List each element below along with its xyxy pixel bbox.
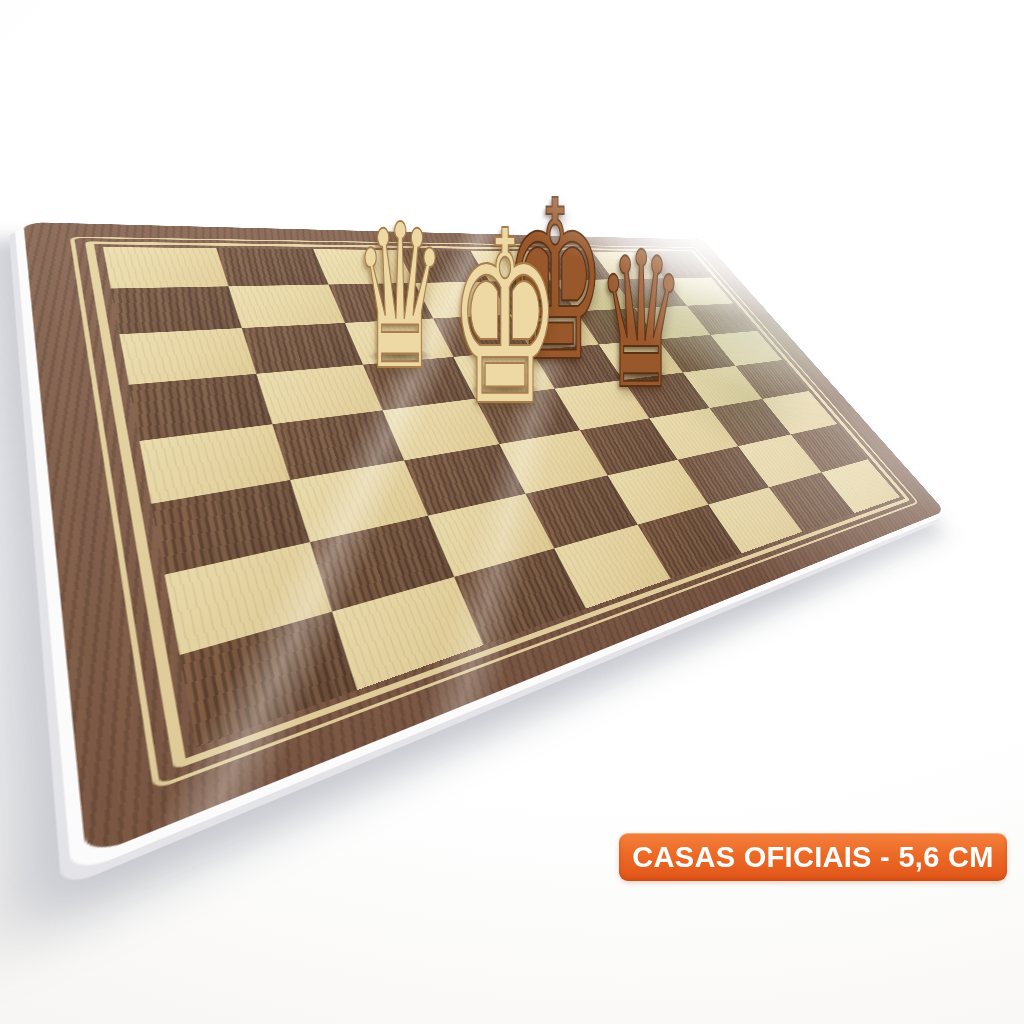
- size-badge: CASAS OFICIAIS - 5,6 CM: [619, 833, 1007, 881]
- square-b7: [228, 285, 344, 329]
- chess-board: [23, 222, 944, 858]
- board-inlay-outer-line: [70, 237, 919, 791]
- square-b8: [216, 248, 328, 286]
- size-badge-label: CASAS OFICIAIS - 5,6 CM: [632, 841, 993, 874]
- square-a7: [111, 286, 242, 334]
- board-inlay-inner-line: [85, 241, 911, 770]
- product-photo: ♚ ♛ ♚ ♛ CASAS OFICIAIS - 5,6 CM: [0, 0, 1024, 1024]
- board-grid: [103, 247, 900, 747]
- square-a8: [103, 247, 228, 289]
